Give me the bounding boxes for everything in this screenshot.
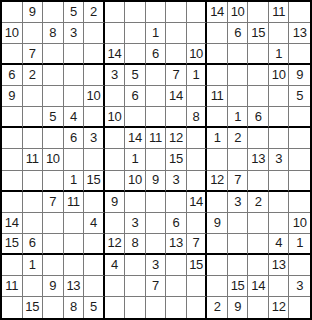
cell-r13-c6[interactable]: 4	[105, 255, 126, 276]
cell-r9-c5[interactable]: 15	[84, 171, 105, 192]
cell-r2-c3[interactable]: 8	[43, 23, 64, 44]
cell-r6-c6[interactable]: 10	[105, 107, 126, 128]
cell-r13-c9[interactable]	[166, 255, 187, 276]
cell-r15-c5[interactable]: 5	[84, 297, 105, 318]
cell-r7-c6[interactable]	[105, 128, 126, 149]
cell-r10-c3[interactable]: 7	[43, 192, 64, 213]
cell-r13-c14[interactable]: 13	[269, 255, 290, 276]
cell-r4-c9[interactable]: 7	[166, 65, 187, 86]
cell-r13-c1[interactable]	[2, 255, 23, 276]
cell-r6-c1[interactable]	[2, 107, 23, 128]
cell-r14-c10[interactable]	[187, 276, 208, 297]
cell-r2-c12[interactable]: 6	[228, 23, 249, 44]
cell-r15-c11[interactable]: 2	[207, 297, 228, 318]
cell-r12-c2[interactable]: 6	[23, 234, 44, 255]
cell-r12-c12[interactable]	[228, 234, 249, 255]
cell-r13-c4[interactable]	[64, 255, 85, 276]
cell-r8-c14[interactable]: 3	[269, 149, 290, 170]
cell-r6-c7[interactable]	[125, 107, 146, 128]
cell-r9-c10[interactable]	[187, 171, 208, 192]
cell-r3-c13[interactable]	[248, 44, 269, 65]
cell-r5-c3[interactable]	[43, 86, 64, 107]
cell-r14-c4[interactable]: 13	[64, 276, 85, 297]
cell-r2-c1[interactable]: 10	[2, 23, 23, 44]
cell-r12-c15[interactable]: 1	[289, 234, 310, 255]
cell-r3-c5[interactable]	[84, 44, 105, 65]
cell-r7-c15[interactable]	[289, 128, 310, 149]
cell-r13-c11[interactable]	[207, 255, 228, 276]
cell-r15-c7[interactable]	[125, 297, 146, 318]
cell-r2-c14[interactable]	[269, 23, 290, 44]
cell-r14-c5[interactable]	[84, 276, 105, 297]
cell-r14-c12[interactable]: 15	[228, 276, 249, 297]
cell-r11-c5[interactable]: 4	[84, 213, 105, 234]
cell-r1-c8[interactable]	[146, 2, 167, 23]
cell-r4-c11[interactable]	[207, 65, 228, 86]
cell-r1-c10[interactable]	[187, 2, 208, 23]
cell-r9-c9[interactable]: 3	[166, 171, 187, 192]
cell-r1-c11[interactable]: 14	[207, 2, 228, 23]
cell-r5-c7[interactable]: 6	[125, 86, 146, 107]
cell-r10-c10[interactable]: 14	[187, 192, 208, 213]
cell-r7-c10[interactable]	[187, 128, 208, 149]
cell-r3-c2[interactable]: 7	[23, 44, 44, 65]
cell-r4-c7[interactable]: 5	[125, 65, 146, 86]
cell-r1-c15[interactable]	[289, 2, 310, 23]
cell-r5-c6[interactable]	[105, 86, 126, 107]
cell-r11-c10[interactable]	[187, 213, 208, 234]
cell-r8-c11[interactable]	[207, 149, 228, 170]
cell-r9-c4[interactable]: 1	[64, 171, 85, 192]
cell-r15-c10[interactable]	[187, 297, 208, 318]
cell-r9-c2[interactable]	[23, 171, 44, 192]
cell-r10-c13[interactable]: 2	[248, 192, 269, 213]
cell-r4-c1[interactable]: 6	[2, 65, 23, 86]
cell-r10-c7[interactable]	[125, 192, 146, 213]
cell-r9-c8[interactable]: 9	[146, 171, 167, 192]
cell-r15-c3[interactable]	[43, 297, 64, 318]
cell-r2-c11[interactable]	[207, 23, 228, 44]
cell-r10-c6[interactable]: 9	[105, 192, 126, 213]
cell-r6-c4[interactable]: 4	[64, 107, 85, 128]
cell-r12-c8[interactable]	[146, 234, 167, 255]
cell-r9-c1[interactable]	[2, 171, 23, 192]
cell-r7-c9[interactable]: 12	[166, 128, 187, 149]
cell-r11-c3[interactable]	[43, 213, 64, 234]
cell-r12-c13[interactable]	[248, 234, 269, 255]
cell-r15-c13[interactable]	[248, 297, 269, 318]
cell-r3-c7[interactable]	[125, 44, 146, 65]
cell-r2-c2[interactable]	[23, 23, 44, 44]
cell-r14-c14[interactable]	[269, 276, 290, 297]
cell-r1-c14[interactable]: 11	[269, 2, 290, 23]
cell-r6-c11[interactable]	[207, 107, 228, 128]
cell-r8-c12[interactable]	[228, 149, 249, 170]
cell-r5-c8[interactable]	[146, 86, 167, 107]
cell-r14-c6[interactable]	[105, 276, 126, 297]
sudoku-board: 9521410111083161513714610162357110991061…	[0, 0, 312, 320]
cell-r8-c7[interactable]: 1	[125, 149, 146, 170]
cell-r2-c15[interactable]: 13	[289, 23, 310, 44]
cell-r4-c10[interactable]: 1	[187, 65, 208, 86]
cell-r2-c4[interactable]: 3	[64, 23, 85, 44]
cell-r3-c3[interactable]	[43, 44, 64, 65]
cell-r15-c6[interactable]	[105, 297, 126, 318]
cell-r2-c10[interactable]	[187, 23, 208, 44]
cell-r10-c2[interactable]	[23, 192, 44, 213]
cell-r7-c1[interactable]	[2, 128, 23, 149]
cell-r6-c13[interactable]: 6	[248, 107, 269, 128]
cell-r3-c15[interactable]	[289, 44, 310, 65]
cell-r5-c5[interactable]: 10	[84, 86, 105, 107]
cell-r4-c14[interactable]: 10	[269, 65, 290, 86]
cell-r1-c3[interactable]	[43, 2, 64, 23]
cell-r1-c4[interactable]: 5	[64, 2, 85, 23]
cell-r2-c7[interactable]	[125, 23, 146, 44]
cell-r7-c7[interactable]: 14	[125, 128, 146, 149]
cell-r15-c1[interactable]	[2, 297, 23, 318]
cell-r6-c12[interactable]: 1	[228, 107, 249, 128]
cell-r2-c13[interactable]: 15	[248, 23, 269, 44]
cell-r10-c4[interactable]: 11	[64, 192, 85, 213]
cell-r1-c7[interactable]	[125, 2, 146, 23]
cell-r10-c5[interactable]	[84, 192, 105, 213]
cell-r6-c10[interactable]: 8	[187, 107, 208, 128]
cell-r1-c9[interactable]	[166, 2, 187, 23]
cell-r3-c9[interactable]	[166, 44, 187, 65]
cell-r10-c14[interactable]	[269, 192, 290, 213]
cell-r14-c2[interactable]	[23, 276, 44, 297]
cell-r13-c12[interactable]	[228, 255, 249, 276]
cell-r9-c6[interactable]	[105, 171, 126, 192]
cell-r10-c9[interactable]	[166, 192, 187, 213]
cell-r15-c8[interactable]	[146, 297, 167, 318]
cell-r4-c8[interactable]	[146, 65, 167, 86]
cell-r5-c13[interactable]	[248, 86, 269, 107]
cell-r7-c2[interactable]	[23, 128, 44, 149]
cell-r8-c5[interactable]	[84, 149, 105, 170]
cell-r10-c12[interactable]: 3	[228, 192, 249, 213]
cell-r3-c4[interactable]	[64, 44, 85, 65]
cell-r12-c14[interactable]: 4	[269, 234, 290, 255]
cell-r5-c4[interactable]	[64, 86, 85, 107]
cell-r12-c10[interactable]: 7	[187, 234, 208, 255]
cell-r1-c12[interactable]: 10	[228, 2, 249, 23]
cell-r5-c9[interactable]: 14	[166, 86, 187, 107]
cell-r5-c2[interactable]	[23, 86, 44, 107]
cell-r3-c8[interactable]: 6	[146, 44, 167, 65]
cell-r14-c1[interactable]: 11	[2, 276, 23, 297]
cell-r1-c13[interactable]	[248, 2, 269, 23]
cell-r11-c13[interactable]	[248, 213, 269, 234]
cell-r11-c15[interactable]: 10	[289, 213, 310, 234]
cell-r2-c6[interactable]	[105, 23, 126, 44]
cell-r4-c13[interactable]	[248, 65, 269, 86]
cell-r11-c4[interactable]	[64, 213, 85, 234]
cell-r14-c11[interactable]	[207, 276, 228, 297]
cell-r14-c8[interactable]: 7	[146, 276, 167, 297]
cell-r12-c6[interactable]: 12	[105, 234, 126, 255]
cell-r8-c6[interactable]	[105, 149, 126, 170]
cell-r14-c13[interactable]: 14	[248, 276, 269, 297]
cell-r14-c3[interactable]: 9	[43, 276, 64, 297]
cell-r9-c14[interactable]	[269, 171, 290, 192]
cell-r13-c13[interactable]	[248, 255, 269, 276]
cell-r8-c10[interactable]	[187, 149, 208, 170]
cell-r10-c1[interactable]	[2, 192, 23, 213]
cell-r14-c15[interactable]: 3	[289, 276, 310, 297]
cell-r14-c9[interactable]	[166, 276, 187, 297]
cell-r4-c6[interactable]: 3	[105, 65, 126, 86]
cell-r13-c7[interactable]	[125, 255, 146, 276]
cell-r6-c3[interactable]: 5	[43, 107, 64, 128]
cell-r2-c8[interactable]: 1	[146, 23, 167, 44]
cell-r1-c6[interactable]	[105, 2, 126, 23]
cell-r15-c9[interactable]	[166, 297, 187, 318]
cell-r3-c12[interactable]	[228, 44, 249, 65]
cell-r4-c4[interactable]	[64, 65, 85, 86]
cell-r13-c3[interactable]	[43, 255, 64, 276]
cell-r1-c5[interactable]: 2	[84, 2, 105, 23]
cell-r15-c2[interactable]: 15	[23, 297, 44, 318]
cell-r7-c14[interactable]	[269, 128, 290, 149]
cell-r8-c1[interactable]	[2, 149, 23, 170]
cell-r11-c12[interactable]	[228, 213, 249, 234]
cell-r7-c4[interactable]: 6	[64, 128, 85, 149]
cell-r13-c2[interactable]: 1	[23, 255, 44, 276]
cell-r13-c10[interactable]: 15	[187, 255, 208, 276]
cell-r9-c13[interactable]	[248, 171, 269, 192]
cell-r11-c7[interactable]: 3	[125, 213, 146, 234]
cell-r4-c15[interactable]: 9	[289, 65, 310, 86]
cell-r7-c13[interactable]	[248, 128, 269, 149]
cell-r3-c14[interactable]: 1	[269, 44, 290, 65]
cell-r6-c2[interactable]	[23, 107, 44, 128]
cell-r5-c11[interactable]: 11	[207, 86, 228, 107]
cell-r6-c14[interactable]	[269, 107, 290, 128]
cell-r8-c15[interactable]	[289, 149, 310, 170]
cell-r1-c2[interactable]: 9	[23, 2, 44, 23]
cell-r4-c2[interactable]: 2	[23, 65, 44, 86]
cell-r4-c12[interactable]	[228, 65, 249, 86]
cell-r7-c8[interactable]: 11	[146, 128, 167, 149]
cell-r11-c6[interactable]	[105, 213, 126, 234]
cell-r8-c3[interactable]: 10	[43, 149, 64, 170]
cell-r11-c11[interactable]: 9	[207, 213, 228, 234]
cell-r5-c14[interactable]	[269, 86, 290, 107]
cell-r10-c15[interactable]	[289, 192, 310, 213]
cell-r10-c8[interactable]	[146, 192, 167, 213]
cell-r15-c4[interactable]: 8	[64, 297, 85, 318]
cell-r9-c12[interactable]: 7	[228, 171, 249, 192]
cell-r12-c5[interactable]	[84, 234, 105, 255]
cell-r8-c8[interactable]	[146, 149, 167, 170]
cell-r12-c3[interactable]	[43, 234, 64, 255]
cell-r2-c9[interactable]	[166, 23, 187, 44]
cell-r9-c11[interactable]: 12	[207, 171, 228, 192]
cell-r5-c1[interactable]: 9	[2, 86, 23, 107]
cell-r6-c9[interactable]	[166, 107, 187, 128]
cell-r9-c7[interactable]: 10	[125, 171, 146, 192]
cell-r15-c14[interactable]: 12	[269, 297, 290, 318]
cell-r6-c15[interactable]	[289, 107, 310, 128]
cell-r11-c9[interactable]: 6	[166, 213, 187, 234]
cell-r3-c6[interactable]: 14	[105, 44, 126, 65]
cell-r7-c3[interactable]	[43, 128, 64, 149]
cell-r5-c10[interactable]	[187, 86, 208, 107]
cell-r15-c12[interactable]: 9	[228, 297, 249, 318]
cell-r13-c5[interactable]	[84, 255, 105, 276]
cell-r15-c15[interactable]	[289, 297, 310, 318]
cell-r4-c5[interactable]	[84, 65, 105, 86]
cell-r7-c11[interactable]: 1	[207, 128, 228, 149]
cell-r6-c5[interactable]	[84, 107, 105, 128]
cell-r1-c1[interactable]	[2, 2, 23, 23]
cell-r7-c12[interactable]: 2	[228, 128, 249, 149]
cell-r14-c7[interactable]	[125, 276, 146, 297]
cell-r2-c5[interactable]	[84, 23, 105, 44]
cell-r8-c13[interactable]: 13	[248, 149, 269, 170]
cell-r8-c2[interactable]: 11	[23, 149, 44, 170]
cell-r6-c8[interactable]	[146, 107, 167, 128]
cell-r11-c14[interactable]	[269, 213, 290, 234]
cell-r3-c1[interactable]	[2, 44, 23, 65]
cell-r12-c4[interactable]	[64, 234, 85, 255]
cell-r4-c3[interactable]	[43, 65, 64, 86]
cell-r13-c15[interactable]	[289, 255, 310, 276]
cell-r8-c4[interactable]	[64, 149, 85, 170]
cell-r12-c11[interactable]	[207, 234, 228, 255]
cell-r12-c7[interactable]: 8	[125, 234, 146, 255]
cell-r5-c15[interactable]: 5	[289, 86, 310, 107]
cell-r11-c8[interactable]	[146, 213, 167, 234]
cell-r3-c11[interactable]	[207, 44, 228, 65]
cell-r3-c10[interactable]: 10	[187, 44, 208, 65]
cell-r9-c15[interactable]	[289, 171, 310, 192]
cell-r9-c3[interactable]	[43, 171, 64, 192]
cell-r12-c1[interactable]: 15	[2, 234, 23, 255]
cell-r10-c11[interactable]	[207, 192, 228, 213]
cell-r11-c2[interactable]	[23, 213, 44, 234]
cell-r5-c12[interactable]	[228, 86, 249, 107]
cell-r12-c9[interactable]: 13	[166, 234, 187, 255]
cell-r7-c5[interactable]: 3	[84, 128, 105, 149]
cell-r8-c9[interactable]: 15	[166, 149, 187, 170]
cell-r13-c8[interactable]: 3	[146, 255, 167, 276]
cell-r11-c1[interactable]: 14	[2, 213, 23, 234]
